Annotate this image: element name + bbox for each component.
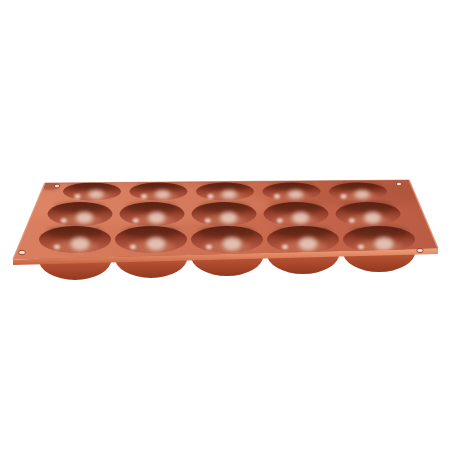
cavity bbox=[192, 202, 257, 226]
hanging-hole bbox=[54, 184, 59, 188]
cavity-highlight bbox=[146, 237, 165, 251]
cavity bbox=[336, 202, 401, 226]
cavity-highlight bbox=[374, 237, 393, 251]
cavity bbox=[63, 183, 121, 201]
cavity-highlight bbox=[221, 190, 237, 199]
cavity-highlight bbox=[292, 212, 310, 224]
hanging-hole bbox=[417, 248, 423, 252]
cavity-highlight bbox=[220, 212, 238, 224]
cavity-highlight bbox=[354, 190, 370, 199]
cavity-highlight bbox=[288, 190, 304, 199]
cavity bbox=[115, 226, 187, 253]
cavity bbox=[267, 226, 339, 253]
cavity-grid bbox=[39, 183, 415, 254]
cavity-highlight bbox=[88, 190, 104, 199]
silicone-mould bbox=[0, 0, 452, 452]
cavity bbox=[264, 202, 329, 226]
cavity bbox=[343, 226, 415, 253]
cavity-highlight bbox=[364, 212, 382, 224]
cavity-highlight bbox=[76, 212, 94, 224]
cavity-highlight bbox=[70, 237, 89, 251]
product-photo bbox=[0, 0, 452, 452]
cavity bbox=[120, 202, 185, 226]
cavity bbox=[48, 202, 113, 226]
cavity bbox=[196, 183, 254, 201]
cavity-highlight bbox=[155, 190, 171, 199]
cavity-highlight bbox=[148, 212, 166, 224]
cavity-highlight bbox=[298, 237, 317, 251]
cavity bbox=[39, 226, 111, 253]
hanging-hole bbox=[19, 250, 26, 255]
hanging-hole bbox=[396, 182, 401, 186]
cavity bbox=[191, 226, 263, 253]
cavity-highlight bbox=[222, 237, 241, 251]
cavity bbox=[329, 183, 387, 201]
cavity bbox=[263, 183, 321, 201]
cavity bbox=[130, 183, 188, 201]
